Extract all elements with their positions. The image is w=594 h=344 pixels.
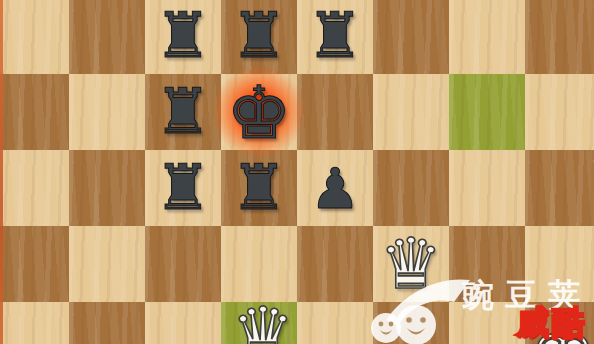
square-e4[interactable]: ♟ bbox=[297, 150, 373, 226]
left-edge-strip bbox=[0, 0, 3, 344]
square-h5[interactable]: 5 bbox=[525, 74, 594, 150]
square-a4[interactable] bbox=[0, 150, 69, 226]
square-a5[interactable] bbox=[0, 74, 69, 150]
square-g2[interactable] bbox=[449, 302, 525, 344]
black-rook-piece[interactable]: ♜ bbox=[155, 156, 211, 219]
square-d2[interactable]: ♛ bbox=[221, 302, 297, 344]
square-b5[interactable] bbox=[69, 74, 145, 150]
black-pawn-piece[interactable]: ♟ bbox=[310, 161, 360, 217]
square-b2[interactable] bbox=[69, 302, 145, 344]
square-g4[interactable] bbox=[449, 150, 525, 226]
square-f3[interactable]: ♛ bbox=[373, 226, 449, 302]
square-a2[interactable] bbox=[0, 302, 69, 344]
square-c4[interactable]: ♜ bbox=[145, 150, 221, 226]
chess-app-screenshot: ♜♜♜6♜♚5♜♜♟4♛3♛♚2 豌豆荚 威酷 bbox=[0, 0, 594, 344]
square-f5[interactable] bbox=[373, 74, 449, 150]
square-c6[interactable]: ♜ bbox=[145, 0, 221, 74]
black-rook-piece[interactable]: ♜ bbox=[307, 4, 363, 67]
square-b3[interactable] bbox=[69, 226, 145, 302]
square-e2[interactable] bbox=[297, 302, 373, 344]
square-c3[interactable] bbox=[145, 226, 221, 302]
black-rook-piece[interactable]: ♜ bbox=[231, 156, 287, 219]
square-b4[interactable] bbox=[69, 150, 145, 226]
black-rook-piece[interactable]: ♜ bbox=[155, 80, 211, 143]
square-a3[interactable] bbox=[0, 226, 69, 302]
square-f4[interactable] bbox=[373, 150, 449, 226]
square-h6[interactable]: 6 bbox=[525, 0, 594, 74]
square-d6[interactable]: ♜ bbox=[221, 0, 297, 74]
square-f6[interactable] bbox=[373, 0, 449, 74]
chess-board: ♜♜♜6♜♚5♜♜♟4♛3♛♚2 bbox=[0, 0, 594, 344]
square-c5[interactable]: ♜ bbox=[145, 74, 221, 150]
white-king-piece[interactable]: ♚ bbox=[530, 314, 594, 344]
square-g3[interactable] bbox=[449, 226, 525, 302]
square-e3[interactable] bbox=[297, 226, 373, 302]
black-rook-piece[interactable]: ♜ bbox=[231, 4, 287, 67]
white-queen-piece[interactable]: ♛ bbox=[231, 298, 294, 344]
black-rook-piece[interactable]: ♜ bbox=[155, 4, 211, 67]
square-h3[interactable]: 3 bbox=[525, 226, 594, 302]
square-a6[interactable] bbox=[0, 0, 69, 74]
square-e6[interactable]: ♜ bbox=[297, 0, 373, 74]
square-h2[interactable]: ♚2 bbox=[525, 302, 594, 344]
square-d3[interactable] bbox=[221, 226, 297, 302]
square-e5[interactable] bbox=[297, 74, 373, 150]
square-c2[interactable] bbox=[145, 302, 221, 344]
square-d5[interactable]: ♚ bbox=[221, 74, 297, 150]
black-king-piece[interactable]: ♚ bbox=[226, 76, 291, 149]
square-b6[interactable] bbox=[69, 0, 145, 74]
square-f2[interactable] bbox=[373, 302, 449, 344]
square-d4[interactable]: ♜ bbox=[221, 150, 297, 226]
square-g6[interactable] bbox=[449, 0, 525, 74]
square-h4[interactable]: 4 bbox=[525, 150, 594, 226]
white-queen-piece[interactable]: ♛ bbox=[380, 229, 443, 299]
square-g5[interactable] bbox=[449, 74, 525, 150]
